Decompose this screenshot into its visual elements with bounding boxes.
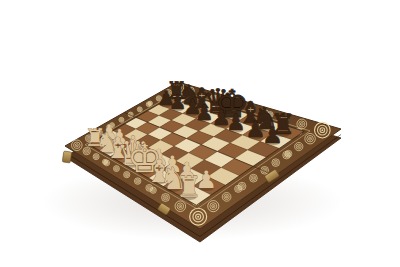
scroll-dot xyxy=(165,197,166,198)
edge-ornament-left xyxy=(137,107,142,112)
scroll-dot xyxy=(121,120,122,121)
scroll-dot xyxy=(213,205,214,206)
scroll-dot xyxy=(76,145,77,146)
edge-ornament-right xyxy=(272,159,280,167)
scroll-dot xyxy=(286,155,287,156)
scroll-dot xyxy=(301,123,302,124)
chess-set-photo: ♜♞♟♝♟♛♟♚♟♝♟♞♟♜♟♟♟♟♜♟♞♟♝♟♛♟♚♟♝♟♞♜ xyxy=(0,0,400,267)
scroll-dot xyxy=(180,206,181,207)
scroll-dot xyxy=(148,104,149,105)
scroll-dot xyxy=(139,109,140,110)
scroll-dot xyxy=(298,146,299,147)
scroll-dot xyxy=(197,216,199,218)
scroll-dot xyxy=(226,196,227,197)
edge-ornament-left xyxy=(119,117,124,122)
piece-white-rook-h1: ♜ xyxy=(176,170,202,204)
scroll-dot xyxy=(321,129,323,131)
edge-ornament-right xyxy=(238,182,246,190)
scroll-dot xyxy=(253,178,254,179)
edge-ornament-left xyxy=(146,102,151,107)
edge-ornament-right xyxy=(283,151,291,159)
corner-ornament-right xyxy=(295,142,303,150)
piece-black-pawn-f7: ♟ xyxy=(226,109,246,135)
corner-ornament-near xyxy=(222,193,231,202)
product-photo: ♜♞♟♝♟♛♟♚♟♝♟♞♟♜♟♟♟♟♜♟♞♟♝♟♛♟♚♟♝♟♞♜ xyxy=(0,0,400,267)
brass-clasp-left xyxy=(62,151,71,163)
scroll-dot xyxy=(238,188,239,189)
scroll-dot xyxy=(153,190,154,191)
scroll-dot xyxy=(275,162,276,163)
scroll-dot xyxy=(241,186,242,187)
edge-ornament-right xyxy=(250,174,258,182)
scroll-dot xyxy=(309,138,310,139)
piece-black-pawn-h7: ♟ xyxy=(262,121,283,149)
